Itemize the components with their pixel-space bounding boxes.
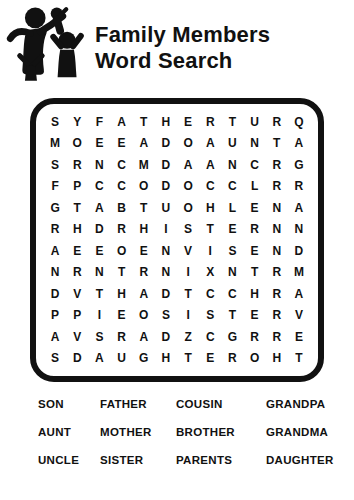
grid-cell-r10c8[interactable]: S: [199, 305, 221, 327]
word-sister: SISTER: [100, 454, 176, 466]
grid-cell-r3c9[interactable]: N: [221, 154, 243, 176]
grid-cell-r8c9[interactable]: N: [221, 262, 243, 284]
word-aunt: AUNT: [38, 426, 100, 438]
grid-cell-r1c7[interactable]: E: [177, 111, 199, 133]
grid-cell-r3c6[interactable]: D: [155, 154, 177, 176]
grid-cell-r4c9[interactable]: C: [221, 176, 243, 198]
grid-cell-r4c10[interactable]: L: [243, 176, 265, 198]
grid-cell-r7c4[interactable]: O: [110, 240, 132, 262]
grid-cell-r5c3[interactable]: A: [88, 197, 110, 219]
grid-cell-r3c10[interactable]: C: [243, 154, 265, 176]
grid-cell-r6c12[interactable]: N: [288, 219, 310, 241]
grid-cell-r2c3[interactable]: E: [88, 133, 110, 155]
grid-cell-r1c8[interactable]: R: [199, 111, 221, 133]
grid-cell-r5c8[interactable]: H: [199, 197, 221, 219]
grid-cell-r3c7[interactable]: A: [177, 154, 199, 176]
grid-cell-r6c3[interactable]: D: [88, 219, 110, 241]
grid-cell-r4c2[interactable]: P: [66, 176, 88, 198]
grid-cell-r12c5[interactable]: G: [133, 348, 155, 370]
grid-cell-r3c8[interactable]: A: [199, 154, 221, 176]
grid-cell-r9c5[interactable]: A: [133, 283, 155, 305]
grid-cell-r7c12[interactable]: D: [288, 240, 310, 262]
grid-cell-r4c7[interactable]: O: [177, 176, 199, 198]
grid-cell-r7c6[interactable]: N: [155, 240, 177, 262]
grid-cell-r2c6[interactable]: D: [155, 133, 177, 155]
word-grandma: GRANDMA: [266, 426, 340, 438]
grid-cell-r4c8[interactable]: C: [199, 176, 221, 198]
grid-cell-r9c11[interactable]: R: [266, 283, 288, 305]
grid-cell-r11c12[interactable]: E: [288, 326, 310, 348]
grid-cell-r12c7[interactable]: T: [177, 348, 199, 370]
grid-cell-r12c10[interactable]: O: [243, 348, 265, 370]
grid-cell-r7c5[interactable]: E: [133, 240, 155, 262]
grid-cell-r6c11[interactable]: N: [266, 219, 288, 241]
grid-cell-r4c12[interactable]: R: [288, 176, 310, 198]
grid-cell-r2c5[interactable]: A: [133, 133, 155, 155]
grid-cell-r12c11[interactable]: H: [266, 348, 288, 370]
grid-cell-r7c11[interactable]: N: [266, 240, 288, 262]
letter-grid: SYFATHERTURQMOEEADOAUNTASRNCMDAANCRGFPCC…: [44, 111, 310, 369]
grid-cell-r8c4[interactable]: T: [110, 262, 132, 284]
grid-cell-r11c4[interactable]: R: [110, 326, 132, 348]
grid-cell-r1c9[interactable]: T: [221, 111, 243, 133]
grid-cell-r9c2[interactable]: V: [66, 283, 88, 305]
grid-cell-r7c7[interactable]: V: [177, 240, 199, 262]
grid-cell-r10c12[interactable]: V: [288, 305, 310, 327]
grid-cell-r1c6[interactable]: H: [155, 111, 177, 133]
grid-cell-r1c11[interactable]: R: [266, 111, 288, 133]
grid-cell-r8c11[interactable]: R: [266, 262, 288, 284]
grid-cell-r12c1[interactable]: S: [44, 348, 66, 370]
grid-cell-r8c12[interactable]: M: [288, 262, 310, 284]
grid-cell-r8c1[interactable]: N: [44, 262, 66, 284]
grid-cell-r9c7[interactable]: T: [177, 283, 199, 305]
grid-cell-r6c4[interactable]: R: [110, 219, 132, 241]
grid-cell-r1c10[interactable]: U: [243, 111, 265, 133]
header: Family Members Word Search: [0, 0, 354, 94]
grid-cell-r2c11[interactable]: T: [266, 133, 288, 155]
grid-cell-r9c6[interactable]: D: [155, 283, 177, 305]
page-title-line2: Word Search: [95, 48, 270, 74]
grid-cell-r5c9[interactable]: L: [221, 197, 243, 219]
grid-cell-r11c8[interactable]: C: [199, 326, 221, 348]
grid-cell-r10c5[interactable]: O: [133, 305, 155, 327]
grid-cell-r11c9[interactable]: G: [221, 326, 243, 348]
grid-cell-r7c1[interactable]: A: [44, 240, 66, 262]
grid-cell-r9c3[interactable]: T: [88, 283, 110, 305]
worksheet-page: Family Members Word Search SYFATHERTURQM…: [0, 0, 354, 500]
grid-cell-r3c3[interactable]: N: [88, 154, 110, 176]
word-grandpa: GRANDPA: [266, 398, 340, 410]
word-uncle: UNCLE: [38, 454, 100, 466]
grid-cell-r5c1[interactable]: G: [44, 197, 66, 219]
grid-cell-r8c8[interactable]: X: [199, 262, 221, 284]
grid-cell-r2c9[interactable]: U: [221, 133, 243, 155]
grid-cell-r10c7[interactable]: I: [177, 305, 199, 327]
grid-cell-r8c5[interactable]: R: [133, 262, 155, 284]
grid-cell-r11c2[interactable]: V: [66, 326, 88, 348]
grid-cell-r5c11[interactable]: N: [266, 197, 288, 219]
grid-cell-r12c4[interactable]: U: [110, 348, 132, 370]
grid-cell-r3c1[interactable]: S: [44, 154, 66, 176]
grid-cell-r10c3[interactable]: I: [88, 305, 110, 327]
grid-cell-r4c11[interactable]: R: [266, 176, 288, 198]
word-cousin: COUSIN: [176, 398, 266, 410]
page-title: Family Members Word Search: [95, 22, 270, 74]
grid-cell-r2c1[interactable]: M: [44, 133, 66, 155]
word-mother: MOTHER: [100, 426, 176, 438]
grid-cell-r11c6[interactable]: D: [155, 326, 177, 348]
word-son: SON: [38, 398, 100, 410]
grid-cell-r4c4[interactable]: C: [110, 176, 132, 198]
grid-cell-r2c10[interactable]: N: [243, 133, 265, 155]
grid-cell-r4c5[interactable]: O: [133, 176, 155, 198]
grid-cell-r5c10[interactable]: E: [243, 197, 265, 219]
grid-cell-r10c4[interactable]: E: [110, 305, 132, 327]
word-parents: PARENTS: [176, 454, 266, 466]
grid-cell-r12c12[interactable]: T: [288, 348, 310, 370]
grid-cell-r9c8[interactable]: C: [199, 283, 221, 305]
grid-cell-r4c3[interactable]: C: [88, 176, 110, 198]
word-list: SONFATHERCOUSINGRANDPAAUNTMOTHERBROTHERG…: [38, 398, 340, 466]
grid-cell-r8c2[interactable]: R: [66, 262, 88, 284]
grid-cell-r12c2[interactable]: D: [66, 348, 88, 370]
grid-cell-r4c1[interactable]: F: [44, 176, 66, 198]
grid-cell-r9c10[interactable]: H: [243, 283, 265, 305]
grid-cell-r6c1[interactable]: R: [44, 219, 66, 241]
grid-cell-r8c7[interactable]: I: [177, 262, 199, 284]
grid-cell-r11c1[interactable]: A: [44, 326, 66, 348]
word-father: FATHER: [100, 398, 176, 410]
grid-cell-r1c1[interactable]: S: [44, 111, 66, 133]
grid-cell-r5c2[interactable]: T: [66, 197, 88, 219]
grid-cell-r6c9[interactable]: E: [221, 219, 243, 241]
family-icon: [6, 5, 92, 91]
wordsearch-board: SYFATHERTURQMOEEADOAUNTASRNCMDAANCRGFPCC…: [30, 98, 324, 382]
grid-cell-r10c11[interactable]: R: [266, 305, 288, 327]
grid-cell-r6c5[interactable]: H: [133, 219, 155, 241]
grid-cell-r11c3[interactable]: S: [88, 326, 110, 348]
grid-cell-r2c4[interactable]: E: [110, 133, 132, 155]
grid-cell-r1c3[interactable]: F: [88, 111, 110, 133]
grid-cell-r11c5[interactable]: A: [133, 326, 155, 348]
grid-cell-r9c4[interactable]: H: [110, 283, 132, 305]
grid-cell-r7c10[interactable]: E: [243, 240, 265, 262]
grid-cell-r6c10[interactable]: R: [243, 219, 265, 241]
grid-cell-r2c8[interactable]: A: [199, 133, 221, 155]
grid-cell-r5c7[interactable]: O: [177, 197, 199, 219]
word-brother: BROTHER: [176, 426, 266, 438]
grid-cell-r8c6[interactable]: N: [155, 262, 177, 284]
grid-cell-r7c9[interactable]: S: [221, 240, 243, 262]
grid-cell-r6c8[interactable]: T: [199, 219, 221, 241]
grid-cell-r5c5[interactable]: T: [133, 197, 155, 219]
grid-cell-r3c4[interactable]: C: [110, 154, 132, 176]
grid-cell-r6c7[interactable]: S: [177, 219, 199, 241]
grid-cell-r7c8[interactable]: I: [199, 240, 221, 262]
grid-cell-r1c5[interactable]: T: [133, 111, 155, 133]
word-daughter: DAUGHTER: [266, 454, 340, 466]
grid-cell-r10c10[interactable]: E: [243, 305, 265, 327]
grid-cell-r8c10[interactable]: T: [243, 262, 265, 284]
grid-cell-r7c2[interactable]: E: [66, 240, 88, 262]
grid-cell-r10c9[interactable]: T: [221, 305, 243, 327]
grid-cell-r12c3[interactable]: A: [88, 348, 110, 370]
grid-cell-r10c1[interactable]: P: [44, 305, 66, 327]
grid-cell-r12c9[interactable]: R: [221, 348, 243, 370]
grid-cell-r1c12[interactable]: Q: [288, 111, 310, 133]
page-title-line1: Family Members: [95, 22, 270, 48]
grid-cell-r11c7[interactable]: Z: [177, 326, 199, 348]
grid-cell-r11c11[interactable]: R: [266, 326, 288, 348]
grid-cell-r2c2[interactable]: O: [66, 133, 88, 155]
grid-cell-r12c6[interactable]: H: [155, 348, 177, 370]
grid-cell-r5c12[interactable]: A: [288, 197, 310, 219]
grid-cell-r3c12[interactable]: G: [288, 154, 310, 176]
grid-cell-r10c6[interactable]: S: [155, 305, 177, 327]
grid-cell-r7c3[interactable]: E: [88, 240, 110, 262]
grid-cell-r2c12[interactable]: A: [288, 133, 310, 155]
grid-cell-r6c2[interactable]: H: [66, 219, 88, 241]
grid-cell-r10c2[interactable]: P: [66, 305, 88, 327]
grid-cell-r3c2[interactable]: R: [66, 154, 88, 176]
grid-cell-r9c9[interactable]: C: [221, 283, 243, 305]
grid-cell-r2c7[interactable]: O: [177, 133, 199, 155]
grid-cell-r4c6[interactable]: D: [155, 176, 177, 198]
grid-cell-r5c6[interactable]: U: [155, 197, 177, 219]
grid-cell-r6c6[interactable]: I: [155, 219, 177, 241]
grid-cell-r1c4[interactable]: A: [110, 111, 132, 133]
grid-cell-r9c12[interactable]: A: [288, 283, 310, 305]
grid-cell-r9c1[interactable]: D: [44, 283, 66, 305]
grid-cell-r1c2[interactable]: Y: [66, 111, 88, 133]
grid-cell-r12c8[interactable]: E: [199, 348, 221, 370]
grid-cell-r3c11[interactable]: R: [266, 154, 288, 176]
grid-cell-r5c4[interactable]: B: [110, 197, 132, 219]
grid-cell-r11c10[interactable]: R: [243, 326, 265, 348]
grid-cell-r8c3[interactable]: N: [88, 262, 110, 284]
grid-cell-r3c5[interactable]: M: [133, 154, 155, 176]
